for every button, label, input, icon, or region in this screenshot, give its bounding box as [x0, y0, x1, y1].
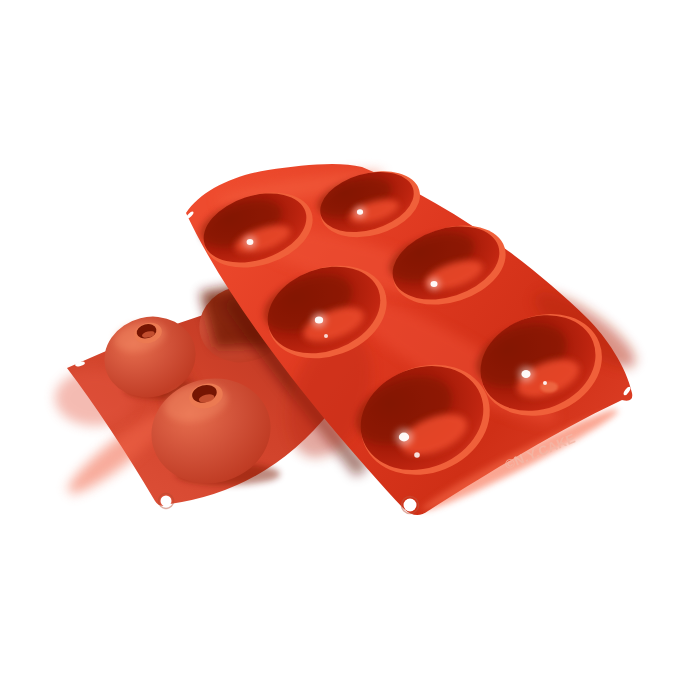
- specular-dot: [414, 452, 420, 458]
- corner-hole: [404, 499, 417, 512]
- silicone-mold-photo: ©N.Y.CAKE: [0, 0, 700, 700]
- specular-dot: [324, 334, 328, 338]
- specular-dot: [543, 381, 547, 385]
- specular-dot: [521, 370, 530, 378]
- specular-dot: [315, 316, 323, 323]
- specular-blob: [540, 382, 558, 393]
- specular-dot: [431, 281, 438, 287]
- specular-dot: [357, 209, 363, 214]
- specular-dot: [399, 433, 409, 442]
- corner-hole: [161, 496, 172, 507]
- specular-dot: [247, 239, 254, 245]
- product-photo-stage: ©N.Y.CAKE: [0, 0, 700, 700]
